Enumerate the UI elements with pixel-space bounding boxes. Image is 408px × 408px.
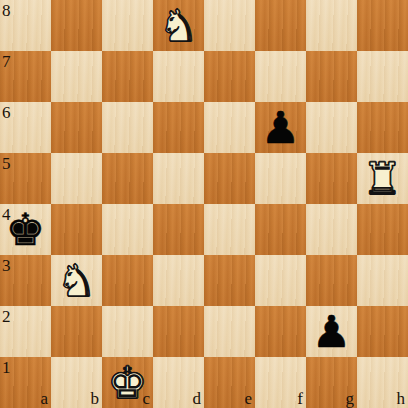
square-b3[interactable]: ♞ bbox=[51, 255, 102, 306]
rank-label-5: 5 bbox=[2, 155, 11, 172]
square-a3[interactable]: 3 bbox=[0, 255, 51, 306]
square-a1[interactable]: 1a bbox=[0, 357, 51, 408]
square-b1[interactable]: b bbox=[51, 357, 102, 408]
rank-label-4: 4 bbox=[2, 206, 11, 223]
file-label-a: a bbox=[40, 390, 48, 407]
square-f7[interactable] bbox=[255, 51, 306, 102]
square-a6[interactable]: 6 bbox=[0, 102, 51, 153]
square-e4[interactable] bbox=[204, 204, 255, 255]
square-g6[interactable] bbox=[306, 102, 357, 153]
square-h5[interactable]: ♜ bbox=[357, 153, 408, 204]
square-g8[interactable] bbox=[306, 0, 357, 51]
rank-label-3: 3 bbox=[2, 257, 11, 274]
square-d3[interactable] bbox=[153, 255, 204, 306]
square-f5[interactable] bbox=[255, 153, 306, 204]
square-e6[interactable] bbox=[204, 102, 255, 153]
file-label-d: d bbox=[193, 390, 202, 407]
file-label-f: f bbox=[297, 390, 303, 407]
square-b4[interactable] bbox=[51, 204, 102, 255]
square-d2[interactable] bbox=[153, 306, 204, 357]
square-h7[interactable] bbox=[357, 51, 408, 102]
file-label-e: e bbox=[244, 390, 252, 407]
square-e5[interactable] bbox=[204, 153, 255, 204]
square-c5[interactable] bbox=[102, 153, 153, 204]
square-f2[interactable] bbox=[255, 306, 306, 357]
square-h8[interactable] bbox=[357, 0, 408, 51]
square-d5[interactable] bbox=[153, 153, 204, 204]
square-b7[interactable] bbox=[51, 51, 102, 102]
square-g3[interactable] bbox=[306, 255, 357, 306]
square-h3[interactable] bbox=[357, 255, 408, 306]
square-e7[interactable] bbox=[204, 51, 255, 102]
rank-label-6: 6 bbox=[2, 104, 11, 121]
square-c7[interactable] bbox=[102, 51, 153, 102]
square-g2[interactable]: ♟ bbox=[306, 306, 357, 357]
square-c6[interactable] bbox=[102, 102, 153, 153]
rank-label-1: 1 bbox=[2, 359, 11, 376]
square-a2[interactable]: 2 bbox=[0, 306, 51, 357]
square-b5[interactable] bbox=[51, 153, 102, 204]
square-c4[interactable] bbox=[102, 204, 153, 255]
square-a5[interactable]: 5 bbox=[0, 153, 51, 204]
chess-board: 8♞76♟5♜4♚3♞2♟1abc♚defgh bbox=[0, 0, 408, 408]
square-c1[interactable]: c♚ bbox=[102, 357, 153, 408]
square-d8[interactable]: ♞ bbox=[153, 0, 204, 51]
square-f1[interactable]: f bbox=[255, 357, 306, 408]
rank-label-2: 2 bbox=[2, 308, 11, 325]
square-a7[interactable]: 7 bbox=[0, 51, 51, 102]
square-c3[interactable] bbox=[102, 255, 153, 306]
square-b2[interactable] bbox=[51, 306, 102, 357]
file-label-c: c bbox=[142, 390, 150, 407]
square-b8[interactable] bbox=[51, 0, 102, 51]
rank-label-8: 8 bbox=[2, 2, 11, 19]
square-c8[interactable] bbox=[102, 0, 153, 51]
square-h6[interactable] bbox=[357, 102, 408, 153]
square-g7[interactable] bbox=[306, 51, 357, 102]
white-knight-b3[interactable]: ♞ bbox=[51, 255, 102, 306]
black-pawn-g2[interactable]: ♟ bbox=[306, 306, 357, 357]
white-rook-h5[interactable]: ♜ bbox=[357, 153, 408, 204]
file-label-g: g bbox=[346, 390, 355, 407]
white-knight-d8[interactable]: ♞ bbox=[153, 0, 204, 51]
square-g5[interactable] bbox=[306, 153, 357, 204]
square-c2[interactable] bbox=[102, 306, 153, 357]
black-pawn-f6[interactable]: ♟ bbox=[255, 102, 306, 153]
square-f3[interactable] bbox=[255, 255, 306, 306]
square-a8[interactable]: 8 bbox=[0, 0, 51, 51]
square-d1[interactable]: d bbox=[153, 357, 204, 408]
square-f4[interactable] bbox=[255, 204, 306, 255]
square-g4[interactable] bbox=[306, 204, 357, 255]
square-e1[interactable]: e bbox=[204, 357, 255, 408]
square-g1[interactable]: g bbox=[306, 357, 357, 408]
square-a4[interactable]: 4♚ bbox=[0, 204, 51, 255]
square-h1[interactable]: h bbox=[357, 357, 408, 408]
square-h4[interactable] bbox=[357, 204, 408, 255]
square-f6[interactable]: ♟ bbox=[255, 102, 306, 153]
square-b6[interactable] bbox=[51, 102, 102, 153]
square-e2[interactable] bbox=[204, 306, 255, 357]
square-e8[interactable] bbox=[204, 0, 255, 51]
rank-label-7: 7 bbox=[2, 53, 11, 70]
square-h2[interactable] bbox=[357, 306, 408, 357]
square-d4[interactable] bbox=[153, 204, 204, 255]
square-d7[interactable] bbox=[153, 51, 204, 102]
square-d6[interactable] bbox=[153, 102, 204, 153]
square-f8[interactable] bbox=[255, 0, 306, 51]
file-label-b: b bbox=[91, 390, 100, 407]
file-label-h: h bbox=[397, 390, 406, 407]
square-e3[interactable] bbox=[204, 255, 255, 306]
